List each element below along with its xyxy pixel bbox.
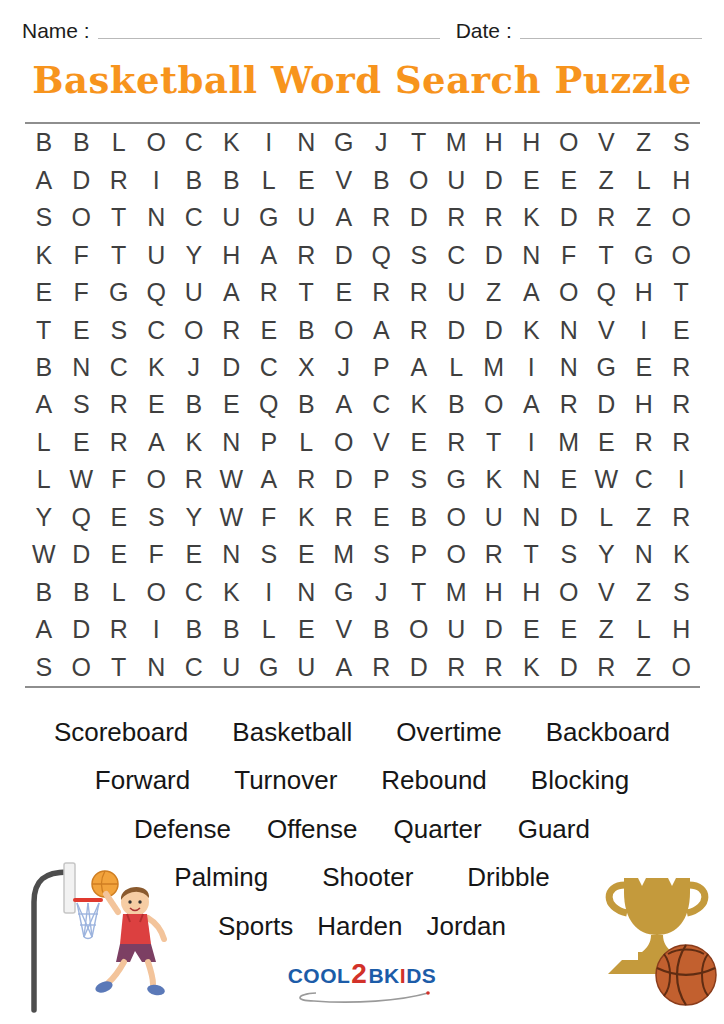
grid-cell[interactable]: R (100, 611, 138, 648)
grid-cell[interactable]: K (25, 236, 63, 273)
grid-cell[interactable]: C (175, 574, 213, 611)
grid-cell[interactable]: G (438, 461, 476, 498)
grid-cell[interactable]: U (175, 274, 213, 311)
grid-cell[interactable]: E (400, 424, 438, 461)
word-item: Scoreboard (54, 717, 188, 748)
grid-cell[interactable]: Z (625, 649, 663, 686)
grid-cell[interactable]: R (663, 499, 701, 536)
grid-cell[interactable]: N (550, 349, 588, 386)
grid-cell[interactable]: Z (475, 274, 513, 311)
grid-cell[interactable]: H (475, 124, 513, 161)
grid-cell[interactable]: E (588, 424, 626, 461)
grid-cell[interactable]: W (213, 461, 251, 498)
grid-cell[interactable]: S (400, 461, 438, 498)
grid-cell[interactable]: R (100, 424, 138, 461)
grid-cell[interactable]: D (475, 611, 513, 648)
grid-cell[interactable]: D (325, 236, 363, 273)
grid-cell[interactable]: S (63, 386, 101, 423)
grid-cell[interactable]: B (63, 124, 101, 161)
grid-cell[interactable]: D (400, 199, 438, 236)
grid-cell[interactable]: C (100, 349, 138, 386)
grid-cell[interactable]: E (63, 424, 101, 461)
grid-cell[interactable]: D (475, 311, 513, 348)
logo-part-ds: DS (406, 965, 436, 986)
logo-part-bk: BK (368, 965, 399, 986)
grid-cell[interactable]: A (25, 161, 63, 198)
grid-cell[interactable]: C (625, 461, 663, 498)
grid-cell[interactable]: B (175, 611, 213, 648)
grid-cell[interactable]: E (363, 499, 401, 536)
grid-cell[interactable]: A (400, 349, 438, 386)
grid-cell[interactable]: T (100, 649, 138, 686)
grid-cell[interactable]: O (175, 311, 213, 348)
grid-cell[interactable]: E (100, 499, 138, 536)
grid-cell[interactable]: S (663, 574, 701, 611)
grid-cell[interactable]: V (588, 124, 626, 161)
word-bank-row: ScoreboardBasketballOvertimeBackboard (0, 708, 724, 757)
grid-cell[interactable]: Q (138, 274, 176, 311)
grid-cell[interactable]: N (513, 236, 551, 273)
grid-cell[interactable]: J (363, 124, 401, 161)
grid-cell[interactable]: T (588, 236, 626, 273)
grid-cell[interactable]: Y (25, 499, 63, 536)
grid-cell[interactable]: C (175, 199, 213, 236)
grid-cell[interactable]: N (513, 499, 551, 536)
grid-cell[interactable]: D (438, 311, 476, 348)
grid-cell[interactable]: K (663, 536, 701, 573)
grid-cell[interactable]: C (438, 236, 476, 273)
grid-cell[interactable]: B (25, 349, 63, 386)
grid-cell[interactable]: V (588, 574, 626, 611)
grid-cell[interactable]: U (213, 199, 251, 236)
grid-cell[interactable]: G (100, 274, 138, 311)
grid-cell[interactable]: D (63, 161, 101, 198)
grid-cell[interactable]: Y (175, 499, 213, 536)
grid-cell[interactable]: R (475, 536, 513, 573)
word-item: Blocking (531, 765, 629, 796)
grid-cell[interactable]: D (63, 611, 101, 648)
grid-cell[interactable]: J (363, 574, 401, 611)
grid-cell[interactable]: S (25, 199, 63, 236)
logo-part-cool: COOL (288, 965, 351, 986)
word-item: Turnover (234, 765, 337, 796)
grid-cell[interactable]: R (363, 274, 401, 311)
grid-cell[interactable]: F (63, 236, 101, 273)
grid-cell[interactable]: P (400, 536, 438, 573)
grid-cell[interactable]: R (400, 274, 438, 311)
grid-cell[interactable]: M (438, 124, 476, 161)
grid-cell[interactable]: N (513, 461, 551, 498)
grid-cell[interactable]: O (663, 649, 701, 686)
grid-cell[interactable]: H (475, 574, 513, 611)
grid-cell[interactable]: S (25, 649, 63, 686)
grid-cell[interactable]: N (288, 124, 326, 161)
word-item: Forward (95, 765, 190, 796)
grid-cell[interactable]: O (325, 424, 363, 461)
grid-cell[interactable]: I (138, 161, 176, 198)
grid-cell[interactable]: A (213, 274, 251, 311)
word-item: Basketball (232, 717, 352, 748)
grid-cell[interactable]: O (663, 199, 701, 236)
grid-cell[interactable]: R (288, 236, 326, 273)
grid-cell[interactable]: I (513, 424, 551, 461)
grid-cell[interactable]: B (63, 574, 101, 611)
grid-cell[interactable]: T (400, 574, 438, 611)
grid-cell[interactable]: O (438, 499, 476, 536)
grid-cell[interactable]: O (550, 124, 588, 161)
grid-cell[interactable]: Q (250, 386, 288, 423)
grid-cell[interactable]: O (475, 386, 513, 423)
grid-cell[interactable]: E (63, 311, 101, 348)
grid-cell[interactable]: Y (175, 236, 213, 273)
grid-cell[interactable]: B (175, 161, 213, 198)
grid-cell[interactable]: W (588, 461, 626, 498)
grid-cell[interactable]: Z (588, 611, 626, 648)
grid-cell[interactable]: F (550, 236, 588, 273)
grid-cell[interactable]: E (288, 611, 326, 648)
grid-cell[interactable]: C (138, 311, 176, 348)
grid-cell[interactable]: H (513, 124, 551, 161)
grid-cell[interactable]: W (213, 499, 251, 536)
grid-cell[interactable]: R (438, 424, 476, 461)
grid-cell[interactable]: O (438, 536, 476, 573)
word-item: Overtime (396, 717, 501, 748)
grid-cell[interactable]: D (400, 649, 438, 686)
grid-cell[interactable]: U (138, 236, 176, 273)
grid-cell[interactable]: K (138, 349, 176, 386)
grid-cell[interactable]: D (475, 161, 513, 198)
grid-cell[interactable]: K (288, 499, 326, 536)
grid-cell[interactable]: L (288, 424, 326, 461)
grid-cell[interactable]: T (513, 536, 551, 573)
grid-cell[interactable]: T (663, 274, 701, 311)
grid-cell[interactable]: K (400, 386, 438, 423)
grid-cell[interactable]: L (100, 124, 138, 161)
grid-cell[interactable]: N (63, 349, 101, 386)
grid-cell[interactable]: R (438, 199, 476, 236)
grid-cell[interactable]: C (175, 649, 213, 686)
grid-cell[interactable]: A (513, 386, 551, 423)
grid-cell[interactable]: C (363, 386, 401, 423)
grid-cell[interactable]: R (475, 649, 513, 686)
grid-cell[interactable]: T (475, 424, 513, 461)
grid-cell[interactable]: Y (588, 536, 626, 573)
grid-cell[interactable]: L (625, 611, 663, 648)
word-item: Offense (267, 814, 358, 845)
grid-cell[interactable]: R (325, 499, 363, 536)
grid-cell[interactable]: T (100, 236, 138, 273)
grid-cell[interactable]: S (138, 499, 176, 536)
grid-cell[interactable]: L (25, 424, 63, 461)
grid-cell[interactable]: Z (625, 574, 663, 611)
grid-cell[interactable]: H (625, 386, 663, 423)
backboard (64, 863, 75, 913)
grid-cell[interactable]: B (438, 386, 476, 423)
grid-cell[interactable]: M (438, 574, 476, 611)
grid-cell[interactable]: R (475, 199, 513, 236)
grid-cell[interactable]: R (663, 386, 701, 423)
grid-cell[interactable]: V (588, 311, 626, 348)
grid-cell[interactable]: H (663, 611, 701, 648)
grid-cell[interactable]: K (513, 311, 551, 348)
grid-cell[interactable]: Z (625, 499, 663, 536)
grid-cell[interactable]: L (625, 161, 663, 198)
grid-cell[interactable]: U (213, 649, 251, 686)
grid-cell[interactable]: J (175, 349, 213, 386)
grid-cell[interactable]: E (138, 386, 176, 423)
grid-cell[interactable]: B (288, 311, 326, 348)
grid-cell[interactable]: G (325, 574, 363, 611)
grid-cell[interactable]: F (250, 499, 288, 536)
grid-cell[interactable]: O (63, 199, 101, 236)
grid-cell[interactable]: E (325, 274, 363, 311)
grid-cell[interactable]: K (175, 424, 213, 461)
grid-cell[interactable]: V (363, 424, 401, 461)
grid-cell[interactable]: O (138, 461, 176, 498)
grid-cell[interactable]: T (288, 274, 326, 311)
grid-cell[interactable]: W (63, 461, 101, 498)
grid-cell[interactable]: N (550, 311, 588, 348)
grid-cell[interactable]: E (100, 536, 138, 573)
grid-cell[interactable]: E (25, 274, 63, 311)
grid-cell[interactable]: E (513, 611, 551, 648)
word-item: Dribble (467, 862, 549, 893)
grid-cell[interactable]: K (513, 199, 551, 236)
grid-cell[interactable]: I (663, 461, 701, 498)
grid-cell[interactable]: P (363, 461, 401, 498)
grid-cell[interactable]: R (213, 311, 251, 348)
date-label: Date : (456, 20, 512, 41)
sheet: Name : Date : Basketball Word Search Puz… (0, 0, 724, 1024)
grid-cell[interactable]: A (325, 199, 363, 236)
grid-cell[interactable]: D (63, 536, 101, 573)
grid-cell[interactable]: U (288, 199, 326, 236)
grid-cell[interactable]: Z (588, 161, 626, 198)
grid-cell[interactable]: K (475, 461, 513, 498)
logo-text: COOL2BKIDS (288, 960, 437, 988)
grid-cell[interactable]: Q (363, 236, 401, 273)
grid-cell[interactable]: R (175, 461, 213, 498)
grid-cell[interactable]: A (25, 386, 63, 423)
grid-cell[interactable]: O (138, 124, 176, 161)
grid-cell[interactable]: A (325, 386, 363, 423)
grid-cell[interactable]: V (325, 611, 363, 648)
grid-cell[interactable]: G (625, 236, 663, 273)
grid-cell[interactable]: R (663, 424, 701, 461)
grid-cell[interactable]: H (625, 274, 663, 311)
grid-cell[interactable]: L (250, 611, 288, 648)
word-item: Shooter (322, 862, 413, 893)
grid-cell[interactable]: O (550, 574, 588, 611)
grid-cell[interactable]: B (25, 124, 63, 161)
grid-cell[interactable]: B (213, 611, 251, 648)
grid-cell[interactable]: E (625, 349, 663, 386)
grid-cell[interactable]: O (663, 236, 701, 273)
name-input-line[interactable] (98, 37, 440, 39)
grid-cell[interactable]: E (250, 311, 288, 348)
word-grid: BBLOCKINGJTMHHOVZSADRIBBLEVBOUDEEZLHSOTN… (25, 124, 700, 686)
grid-cell[interactable]: R (663, 349, 701, 386)
grid-cell[interactable]: E (213, 386, 251, 423)
word-item: Jordan (426, 911, 506, 942)
grid-cell[interactable]: B (363, 611, 401, 648)
grid-cell[interactable]: S (550, 536, 588, 573)
header: Name : Date : (22, 20, 702, 41)
grid-cell[interactable]: E (288, 161, 326, 198)
grid-cell[interactable]: B (175, 386, 213, 423)
grid-cell[interactable]: M (475, 349, 513, 386)
grid-cell[interactable]: O (63, 649, 101, 686)
grid-cell[interactable]: Z (625, 199, 663, 236)
grid-cell[interactable]: A (513, 274, 551, 311)
grid-cell[interactable]: A (25, 611, 63, 648)
grid-cell[interactable]: N (625, 536, 663, 573)
grid-cell[interactable]: A (363, 311, 401, 348)
grid-cell[interactable]: O (325, 311, 363, 348)
grid-cell[interactable]: C (250, 349, 288, 386)
grid-cell[interactable]: H (663, 161, 701, 198)
grid-cell[interactable]: Q (63, 499, 101, 536)
grid-cell[interactable]: E (550, 461, 588, 498)
grid-cell[interactable]: S (250, 536, 288, 573)
grid-cell[interactable]: H (513, 574, 551, 611)
grid-cell[interactable]: T (100, 199, 138, 236)
grid-cell[interactable]: E (175, 536, 213, 573)
grid-cell[interactable]: O (400, 161, 438, 198)
grid-cell[interactable]: G (325, 124, 363, 161)
grid-cell[interactable]: R (438, 649, 476, 686)
grid-cell[interactable]: R (550, 386, 588, 423)
grid-cell[interactable]: D (213, 349, 251, 386)
grid-cell[interactable]: D (550, 649, 588, 686)
grid-cell[interactable]: E (550, 611, 588, 648)
grid-cell[interactable]: E (288, 536, 326, 573)
grid-cell[interactable]: D (475, 236, 513, 273)
grid-cell[interactable]: N (288, 574, 326, 611)
grid-cell[interactable]: N (213, 536, 251, 573)
grid-cell[interactable]: I (138, 611, 176, 648)
grid-cell[interactable]: S (400, 236, 438, 273)
grid-cell[interactable]: D (550, 199, 588, 236)
grid-cell[interactable]: S (363, 536, 401, 573)
grid-cell[interactable]: R (250, 274, 288, 311)
grid-cell[interactable]: C (175, 124, 213, 161)
grid-cell[interactable]: J (325, 349, 363, 386)
grid-cell[interactable]: T (25, 311, 63, 348)
grid-cell[interactable]: I (250, 574, 288, 611)
name-label: Name : (22, 20, 90, 41)
grid-cell[interactable]: B (288, 386, 326, 423)
grid-cell[interactable]: B (400, 499, 438, 536)
grid-cell[interactable]: R (363, 199, 401, 236)
grid-cell[interactable]: L (438, 349, 476, 386)
grid-cell[interactable]: B (363, 161, 401, 198)
grid-cell[interactable]: S (663, 124, 701, 161)
grid-cell[interactable]: N (138, 199, 176, 236)
grid-cell[interactable]: U (288, 649, 326, 686)
puzzle-area: BBLOCKINGJTMHHOVZSADRIBBLEVBOUDEEZLHSOTN… (25, 122, 700, 688)
grid-cell[interactable]: I (625, 311, 663, 348)
grid-cell[interactable]: I (250, 124, 288, 161)
grid-cell[interactable]: L (250, 161, 288, 198)
grid-cell[interactable]: R (288, 461, 326, 498)
date-input-line[interactable] (520, 37, 702, 39)
word-item: Backboard (546, 717, 670, 748)
grid-cell[interactable]: R (588, 199, 626, 236)
grid-cell[interactable]: L (588, 499, 626, 536)
grid-cell[interactable]: O (138, 574, 176, 611)
grid-cell[interactable]: R (588, 649, 626, 686)
grid-cell[interactable]: E (513, 161, 551, 198)
cool2bkids-logo: COOL2BKIDS (0, 960, 724, 1005)
grid-cell[interactable]: O (550, 274, 588, 311)
grid-cell[interactable]: A (250, 461, 288, 498)
grid-cell[interactable]: B (213, 161, 251, 198)
grid-cell[interactable]: A (325, 649, 363, 686)
grid-cell[interactable]: D (550, 499, 588, 536)
grid-cell[interactable]: P (363, 349, 401, 386)
grid-cell[interactable]: A (250, 236, 288, 273)
grid-cell[interactable]: M (550, 424, 588, 461)
grid-cell[interactable]: B (25, 574, 63, 611)
grid-cell[interactable]: G (250, 649, 288, 686)
hoop-net (77, 903, 99, 939)
word-item: Defense (134, 814, 231, 845)
word-item: Sports (218, 911, 293, 942)
grid-cell[interactable]: F (138, 536, 176, 573)
grid-cell[interactable]: N (138, 649, 176, 686)
grid-cell[interactable]: N (213, 424, 251, 461)
grid-cell[interactable]: L (25, 461, 63, 498)
grid-cell[interactable]: U (438, 611, 476, 648)
grid-cell[interactable]: S (100, 311, 138, 348)
grid-cell[interactable]: R (100, 161, 138, 198)
word-item: Palming (174, 862, 268, 893)
grid-cell[interactable]: Z (625, 124, 663, 161)
grid-cell[interactable]: R (100, 386, 138, 423)
grid-cell[interactable]: U (475, 499, 513, 536)
grid-cell[interactable]: E (550, 161, 588, 198)
grid-cell[interactable]: R (625, 424, 663, 461)
grid-cell[interactable]: P (250, 424, 288, 461)
grid-cell[interactable]: L (100, 574, 138, 611)
grid-cell[interactable]: X (288, 349, 326, 386)
grid-cell[interactable]: D (325, 461, 363, 498)
grid-cell[interactable]: R (400, 311, 438, 348)
grid-cell[interactable]: M (325, 536, 363, 573)
grid-cell[interactable]: Q (588, 274, 626, 311)
grid-cell[interactable]: H (213, 236, 251, 273)
grid-cell[interactable]: K (213, 574, 251, 611)
grid-cell[interactable]: R (363, 649, 401, 686)
grid-cell[interactable]: W (25, 536, 63, 573)
grid-cell[interactable]: K (513, 649, 551, 686)
grid-cell[interactable]: U (438, 161, 476, 198)
grid-cell[interactable]: T (400, 124, 438, 161)
grid-cell[interactable]: F (100, 461, 138, 498)
grid-cell[interactable]: U (438, 274, 476, 311)
grid-cell[interactable]: O (400, 611, 438, 648)
grid-cell[interactable]: F (63, 274, 101, 311)
grid-cell[interactable]: G (588, 349, 626, 386)
grid-cell[interactable]: V (325, 161, 363, 198)
grid-cell[interactable]: A (138, 424, 176, 461)
grid-cell[interactable]: G (250, 199, 288, 236)
grid-cell[interactable]: I (513, 349, 551, 386)
grid-cell[interactable]: D (588, 386, 626, 423)
grid-cell[interactable]: K (213, 124, 251, 161)
grid-cell[interactable]: E (663, 311, 701, 348)
